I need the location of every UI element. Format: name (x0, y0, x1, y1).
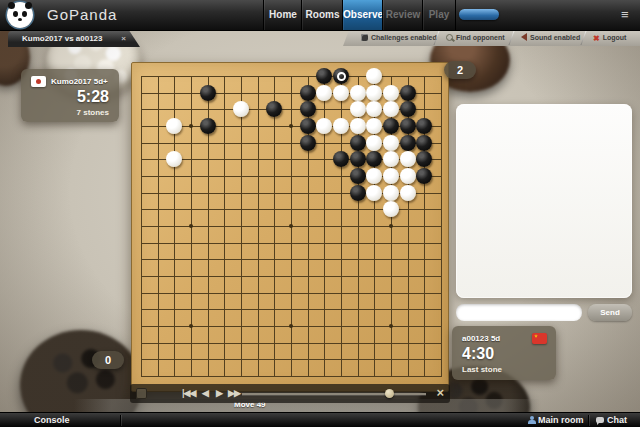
star-point (189, 224, 193, 228)
gopanda-panda-logo-icon[interactable] (7, 2, 33, 28)
black-stone (416, 168, 432, 184)
white-stone (233, 101, 249, 117)
tab-review[interactable]: Review (382, 0, 423, 30)
menu-hamburger-icon[interactable]: ≡ (621, 8, 635, 21)
logout-button[interactable]: ✖Logout (593, 30, 626, 46)
step-back-button[interactable]: ◀ (202, 386, 208, 401)
board-tool-icon[interactable] (136, 388, 147, 399)
gopanda-window: GoPanda Home Rooms Observe Review Play ≡… (0, 0, 640, 427)
white-stone (383, 151, 399, 167)
chat-button[interactable]: Chat (596, 413, 627, 427)
player-name-black: Kumo2017 5d+ (51, 77, 108, 86)
black-stone (350, 151, 366, 167)
black-stone (383, 118, 399, 134)
captures-badge-top: 2 (444, 61, 476, 79)
star-point (389, 224, 393, 228)
top-nav-bar: GoPanda Home Rooms Observe Review Play ≡ (0, 0, 640, 31)
black-stone (416, 151, 432, 167)
white-stone (333, 118, 349, 134)
black-stone (400, 118, 416, 134)
console-button[interactable]: Console (34, 413, 70, 427)
move-slider-handle[interactable] (385, 389, 394, 398)
white-stone (350, 101, 366, 117)
black-stone (200, 85, 216, 101)
jump-end-button[interactable]: ▶▶ (228, 386, 240, 401)
send-button[interactable]: Send (588, 304, 632, 321)
game-session-tab[interactable]: Kumo2017 vs a00123 × (8, 31, 140, 47)
white-stone (316, 118, 332, 134)
white-stone (316, 85, 332, 101)
white-stone (383, 101, 399, 117)
close-session-icon[interactable]: × (121, 31, 126, 47)
white-stone (400, 185, 416, 201)
white-stone (383, 135, 399, 151)
white-stone (366, 118, 382, 134)
star-point (189, 324, 193, 328)
app-title: GoPanda (47, 6, 117, 23)
white-stone (166, 118, 182, 134)
white-stone (333, 85, 349, 101)
find-opponent-button[interactable]: Find opponent (446, 30, 505, 46)
black-stone (300, 118, 316, 134)
star-point (289, 324, 293, 328)
sound-toggle[interactable]: Sound enabled (521, 30, 580, 46)
black-stone (366, 151, 382, 167)
white-stone (400, 151, 416, 167)
china-flag-icon (532, 333, 547, 344)
dice-icon (361, 34, 368, 41)
black-stone (333, 68, 349, 84)
go-board[interactable] (131, 62, 449, 392)
jump-start-button[interactable]: |◀◀ (182, 386, 195, 401)
captures-badge-bottom: 0 (92, 351, 124, 369)
white-stone (366, 85, 382, 101)
black-stone (416, 135, 432, 151)
star-point (389, 324, 393, 328)
chat-bubble-icon (596, 417, 604, 423)
last-stone-note: Last stone (462, 365, 502, 374)
black-stone (350, 135, 366, 151)
clock-white: 4:30 (462, 345, 494, 363)
black-stone (416, 118, 432, 134)
star-point (189, 124, 193, 128)
connection-indicator-pill[interactable] (459, 9, 499, 20)
step-forward-button[interactable]: ▶ (216, 386, 222, 401)
speaker-icon (521, 33, 527, 41)
black-stone (350, 185, 366, 201)
session-tab-label: Kumo2017 vs a00123 (22, 34, 103, 43)
status-bar: Console Main room Chat (0, 412, 640, 427)
main-room-button[interactable]: Main room (528, 413, 584, 427)
tab-home[interactable]: Home (263, 0, 302, 30)
black-stone (400, 135, 416, 151)
black-stone (316, 68, 332, 84)
black-stone (400, 101, 416, 117)
toolbar-strip: Challenges enabled Find opponent Sound e… (343, 30, 640, 46)
black-stone (200, 118, 216, 134)
clock-black: 5:28 (77, 88, 109, 106)
black-stone (300, 135, 316, 151)
white-stone (350, 85, 366, 101)
player-panel-black: Kumo2017 5d+ 5:28 7 stones (21, 69, 119, 122)
white-stone (366, 168, 382, 184)
white-stone (383, 201, 399, 217)
white-stone (383, 85, 399, 101)
tab-play[interactable]: Play (422, 0, 456, 30)
white-stone (383, 185, 399, 201)
person-icon (528, 416, 535, 424)
tab-observe[interactable]: Observe (342, 0, 383, 30)
tab-rooms[interactable]: Rooms (301, 0, 343, 30)
playback-controls-bar: |◀◀ ◀ ▶ ▶▶ × (130, 384, 450, 403)
black-stone (333, 151, 349, 167)
black-stone (300, 101, 316, 117)
japan-flag-icon (31, 76, 46, 87)
move-slider-track[interactable] (242, 393, 426, 395)
white-stone (400, 168, 416, 184)
black-stone (400, 85, 416, 101)
chat-input[interactable] (456, 304, 582, 321)
white-stone (366, 68, 382, 84)
challenges-toggle[interactable]: Challenges enabled (361, 30, 437, 46)
white-stone (366, 185, 382, 201)
player-panel-white: a00123 5d 4:30 Last stone (452, 326, 556, 380)
chat-messages-panel[interactable] (456, 104, 632, 298)
close-controls-icon[interactable]: × (436, 385, 444, 400)
magnifier-icon (446, 34, 453, 41)
handicap-note: 7 stones (77, 108, 109, 117)
white-stone (383, 168, 399, 184)
white-stone (350, 118, 366, 134)
white-stone (166, 151, 182, 167)
black-stone (266, 101, 282, 117)
star-point (289, 124, 293, 128)
board-grid (141, 76, 442, 377)
white-stone (366, 101, 382, 117)
star-point (289, 224, 293, 228)
logout-x-icon: ✖ (593, 31, 600, 47)
black-stone (300, 85, 316, 101)
white-stone (366, 135, 382, 151)
black-stone (350, 168, 366, 184)
player-name-white: a00123 5d (462, 334, 500, 343)
